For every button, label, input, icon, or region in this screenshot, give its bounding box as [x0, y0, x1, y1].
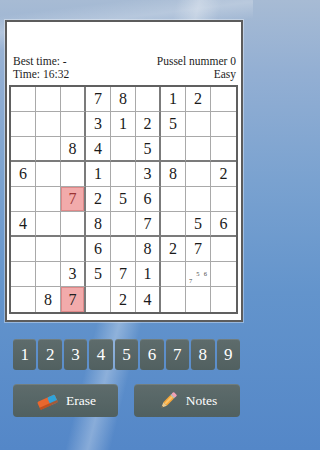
- pencil-notes: 567: [186, 262, 210, 286]
- sudoku-cell-r8c2[interactable]: [36, 262, 61, 287]
- sudoku-cell-r7c1[interactable]: [11, 237, 36, 262]
- game-panel: Best time: - Time: 16:32 Pussel nummer 0…: [5, 20, 243, 322]
- sudoku-cell-r4c3[interactable]: [61, 162, 86, 187]
- sudoku-cell-r5c2[interactable]: [36, 187, 61, 212]
- numpad-key-5[interactable]: 5: [115, 339, 138, 370]
- sudoku-cell-r2c1[interactable]: [11, 112, 36, 137]
- sudoku-cell-r7c7[interactable]: 2: [161, 237, 186, 262]
- sudoku-cell-r9c6[interactable]: 4: [136, 287, 161, 312]
- sudoku-cell-r4c7[interactable]: 8: [161, 162, 186, 187]
- best-time-label: Best time: -: [13, 55, 69, 68]
- numpad-key-9[interactable]: 9: [217, 339, 240, 370]
- puzzle-number-label: Pussel nummer 0: [157, 55, 236, 68]
- sudoku-cell-r2c7[interactable]: 5: [161, 112, 186, 137]
- sudoku-cell-r3c4[interactable]: 4: [86, 137, 111, 162]
- pencil-icon: [157, 390, 179, 412]
- sudoku-cell-r7c4[interactable]: 6: [86, 237, 111, 262]
- sudoku-cell-r2c9[interactable]: [211, 112, 236, 137]
- sudoku-cell-r6c4[interactable]: 8: [86, 212, 111, 237]
- sudoku-cell-r4c5[interactable]: [111, 162, 136, 187]
- sudoku-cell-r8c7[interactable]: [161, 262, 186, 287]
- sudoku-cell-r6c2[interactable]: [36, 212, 61, 237]
- sudoku-cell-r5c7[interactable]: [161, 187, 186, 212]
- time-label: Time: 16:32: [13, 68, 69, 81]
- notes-button[interactable]: Notes: [134, 384, 240, 417]
- sudoku-cell-r7c3[interactable]: [61, 237, 86, 262]
- sudoku-cell-r9c9[interactable]: [211, 287, 236, 312]
- sudoku-cell-r1c2[interactable]: [36, 87, 61, 112]
- sudoku-cell-r2c4[interactable]: 3: [86, 112, 111, 137]
- sudoku-cell-r1c5[interactable]: 8: [111, 87, 136, 112]
- sudoku-cell-r5c3[interactable]: 7: [61, 187, 86, 212]
- sudoku-cell-r8c5[interactable]: 7: [111, 262, 136, 287]
- sudoku-cell-r5c1[interactable]: [11, 187, 36, 212]
- sudoku-cell-r8c1[interactable]: [11, 262, 36, 287]
- sudoku-cell-r6c5[interactable]: [111, 212, 136, 237]
- number-pad: 123456789: [13, 339, 240, 370]
- sudoku-cell-r9c7[interactable]: [161, 287, 186, 312]
- sudoku-cell-r5c6[interactable]: 6: [136, 187, 161, 212]
- numpad-key-3[interactable]: 3: [64, 339, 87, 370]
- sudoku-cell-r3c2[interactable]: [36, 137, 61, 162]
- sudoku-cell-r3c8[interactable]: [186, 137, 211, 162]
- notes-button-label: Notes: [186, 393, 218, 409]
- numpad-key-6[interactable]: 6: [140, 339, 163, 370]
- sudoku-cell-r4c8[interactable]: [186, 162, 211, 187]
- sudoku-cell-r4c9[interactable]: 2: [211, 162, 236, 187]
- sudoku-cell-r6c9[interactable]: 6: [211, 212, 236, 237]
- sudoku-cell-r7c8[interactable]: 7: [186, 237, 211, 262]
- sudoku-cell-r2c8[interactable]: [186, 112, 211, 137]
- numpad-key-4[interactable]: 4: [89, 339, 112, 370]
- sudoku-cell-r2c3[interactable]: [61, 112, 86, 137]
- app-background: { "game": "sudoku", "position": "0007801…: [0, 0, 253, 450]
- numpad-key-2[interactable]: 2: [38, 339, 61, 370]
- sudoku-cell-r9c1[interactable]: [11, 287, 36, 312]
- difficulty-label: Easy: [157, 68, 236, 81]
- puzzle-info: Pussel nummer 0 Easy: [157, 55, 236, 80]
- sudoku-cell-r5c9[interactable]: [211, 187, 236, 212]
- erase-button-label: Erase: [66, 393, 96, 409]
- game-info-bar: Best time: - Time: 16:32 Pussel nummer 0…: [13, 55, 236, 80]
- sudoku-cell-r8c6[interactable]: 1: [136, 262, 161, 287]
- sudoku-cell-r8c4[interactable]: 5: [86, 262, 111, 287]
- numpad-key-8[interactable]: 8: [191, 339, 214, 370]
- sudoku-cell-r3c9[interactable]: [211, 137, 236, 162]
- sudoku-cell-r2c5[interactable]: 1: [111, 112, 136, 137]
- sudoku-cell-r3c7[interactable]: [161, 137, 186, 162]
- sudoku-cell-r8c8[interactable]: 567: [186, 262, 211, 287]
- sudoku-cell-r7c5[interactable]: [111, 237, 136, 262]
- sudoku-cell-r3c6[interactable]: 5: [136, 137, 161, 162]
- sudoku-cell-r3c1[interactable]: [11, 137, 36, 162]
- sudoku-cell-r4c2[interactable]: [36, 162, 61, 187]
- sudoku-cell-r1c1[interactable]: [11, 87, 36, 112]
- sudoku-cell-r4c1[interactable]: 6: [11, 162, 36, 187]
- sudoku-cell-r1c3[interactable]: [61, 87, 86, 112]
- sudoku-cell-r1c7[interactable]: 1: [161, 87, 186, 112]
- sudoku-cell-r9c2[interactable]: 8: [36, 287, 61, 312]
- sudoku-cell-r7c2[interactable]: [36, 237, 61, 262]
- sudoku-cell-r1c8[interactable]: 2: [186, 87, 211, 112]
- numpad-key-7[interactable]: 7: [166, 339, 189, 370]
- numpad-key-1[interactable]: 1: [13, 339, 36, 370]
- sudoku-cell-r2c6[interactable]: 2: [136, 112, 161, 137]
- eraser-icon: [35, 392, 59, 410]
- sudoku-cell-r6c3[interactable]: [61, 212, 86, 237]
- erase-button[interactable]: Erase: [13, 384, 118, 417]
- sudoku-cell-r6c8[interactable]: 5: [186, 212, 211, 237]
- sudoku-cell-r6c6[interactable]: 7: [136, 212, 161, 237]
- sudoku-cell-r5c8[interactable]: [186, 187, 211, 212]
- sudoku-cell-r9c8[interactable]: [186, 287, 211, 312]
- sudoku-cell-r1c9[interactable]: [211, 87, 236, 112]
- sudoku-cell-r5c5[interactable]: 5: [111, 187, 136, 212]
- sudoku-cell-r4c6[interactable]: 3: [136, 162, 161, 187]
- sudoku-cell-r9c4[interactable]: [86, 287, 111, 312]
- sudoku-cell-r8c9[interactable]: [211, 262, 236, 287]
- sudoku-cell-r9c5[interactable]: 2: [111, 287, 136, 312]
- sudoku-cell-r1c6[interactable]: [136, 87, 161, 112]
- sudoku-cell-r9c3[interactable]: 7: [61, 287, 86, 312]
- sudoku-cell-r3c5[interactable]: [111, 137, 136, 162]
- sudoku-cell-r5c4[interactable]: 2: [86, 187, 111, 212]
- sudoku-board: 7812312584561382725648756682735715678724: [9, 85, 238, 314]
- sudoku-cell-r7c6[interactable]: 8: [136, 237, 161, 262]
- timer-info: Best time: - Time: 16:32: [13, 55, 69, 80]
- sudoku-cell-r3c3[interactable]: 8: [61, 137, 86, 162]
- sudoku-cell-r7c9[interactable]: [211, 237, 236, 262]
- sudoku-cell-r4c4[interactable]: 1: [86, 162, 111, 187]
- sudoku-cell-r1c4[interactable]: 7: [86, 87, 111, 112]
- sudoku-cell-r2c2[interactable]: [36, 112, 61, 137]
- sudoku-cell-r8c3[interactable]: 3: [61, 262, 86, 287]
- sudoku-cell-r6c7[interactable]: [161, 212, 186, 237]
- sudoku-cell-r6c1[interactable]: 4: [11, 212, 36, 237]
